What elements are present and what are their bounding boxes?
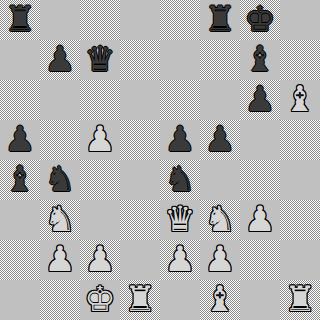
piece-black-pawn-g6: ♟ — [244, 80, 275, 119]
square-e7[interactable] — [160, 40, 200, 80]
square-e5[interactable]: ♟ — [160, 120, 200, 160]
square-d8[interactable] — [120, 0, 160, 40]
piece-white-bishop-h6: ♝ — [284, 80, 315, 119]
piece-black-pawn-f5: ♟ — [204, 120, 235, 159]
piece-white-rook-h1: ♜ — [284, 280, 315, 319]
square-b7[interactable]: ♟ — [40, 40, 80, 80]
piece-white-pawn-b2: ♟ — [44, 240, 75, 279]
square-g2[interactable] — [240, 240, 280, 280]
square-b6[interactable] — [40, 80, 80, 120]
square-h3[interactable] — [280, 200, 320, 240]
square-b4[interactable]: ♞ — [40, 160, 80, 200]
square-h7[interactable] — [280, 40, 320, 80]
square-f8[interactable]: ♜ — [200, 0, 240, 40]
piece-white-knight-b3: ♞ — [44, 200, 75, 239]
square-f7[interactable] — [200, 40, 240, 80]
square-c7[interactable]: ♛ — [80, 40, 120, 80]
square-b5[interactable] — [40, 120, 80, 160]
square-d4[interactable] — [120, 160, 160, 200]
square-h8[interactable] — [280, 0, 320, 40]
square-d3[interactable] — [120, 200, 160, 240]
square-f4[interactable] — [200, 160, 240, 200]
piece-white-queen-e3: ♛ — [164, 200, 195, 239]
square-c4[interactable] — [80, 160, 120, 200]
square-g3[interactable]: ♟ — [240, 200, 280, 240]
square-a8[interactable]: ♜ — [0, 0, 40, 40]
square-c1[interactable]: ♚ — [80, 280, 120, 320]
square-c3[interactable] — [80, 200, 120, 240]
square-a3[interactable] — [0, 200, 40, 240]
square-h2[interactable] — [280, 240, 320, 280]
piece-black-queen-c7: ♛ — [84, 40, 115, 79]
square-a1[interactable] — [0, 280, 40, 320]
square-c8[interactable] — [80, 0, 120, 40]
square-e6[interactable] — [160, 80, 200, 120]
square-a7[interactable] — [0, 40, 40, 80]
piece-white-pawn-c5: ♟ — [84, 120, 115, 159]
square-g7[interactable]: ♝ — [240, 40, 280, 80]
square-c2[interactable]: ♟ — [80, 240, 120, 280]
square-g4[interactable] — [240, 160, 280, 200]
square-b3[interactable]: ♞ — [40, 200, 80, 240]
square-b2[interactable]: ♟ — [40, 240, 80, 280]
square-f1[interactable]: ♝ — [200, 280, 240, 320]
piece-black-bishop-a4: ♝ — [4, 160, 35, 199]
chess-board: ♜♜♚♟♛♝♟♝♟♟♟♟♝♞♞♞♛♞♟♟♟♟♟♚♜♝♜ — [0, 0, 320, 320]
square-e8[interactable] — [160, 0, 200, 40]
piece-black-knight-e4: ♞ — [164, 160, 195, 199]
square-e1[interactable] — [160, 280, 200, 320]
piece-black-pawn-b7: ♟ — [44, 40, 75, 79]
square-d1[interactable]: ♜ — [120, 280, 160, 320]
square-e2[interactable]: ♟ — [160, 240, 200, 280]
piece-white-pawn-f2: ♟ — [204, 240, 235, 279]
piece-black-rook-f8: ♜ — [204, 0, 235, 39]
square-a4[interactable]: ♝ — [0, 160, 40, 200]
piece-black-king-g8: ♚ — [244, 0, 275, 39]
square-e3[interactable]: ♛ — [160, 200, 200, 240]
square-f3[interactable]: ♞ — [200, 200, 240, 240]
square-c6[interactable] — [80, 80, 120, 120]
square-a5[interactable]: ♟ — [0, 120, 40, 160]
square-a2[interactable] — [0, 240, 40, 280]
square-h5[interactable] — [280, 120, 320, 160]
square-b1[interactable] — [40, 280, 80, 320]
square-d6[interactable] — [120, 80, 160, 120]
piece-white-pawn-e2: ♟ — [164, 240, 195, 279]
square-d7[interactable] — [120, 40, 160, 80]
square-d2[interactable] — [120, 240, 160, 280]
piece-white-pawn-g3: ♟ — [244, 200, 275, 239]
piece-white-knight-f3: ♞ — [204, 200, 235, 239]
square-e4[interactable]: ♞ — [160, 160, 200, 200]
piece-white-rook-d1: ♜ — [124, 280, 155, 319]
piece-white-king-c1: ♚ — [84, 280, 115, 319]
square-h6[interactable]: ♝ — [280, 80, 320, 120]
square-f2[interactable]: ♟ — [200, 240, 240, 280]
piece-black-knight-b4: ♞ — [44, 160, 75, 199]
square-h1[interactable]: ♜ — [280, 280, 320, 320]
square-g8[interactable]: ♚ — [240, 0, 280, 40]
piece-white-bishop-f1: ♝ — [204, 280, 235, 319]
piece-black-rook-a8: ♜ — [4, 0, 35, 39]
piece-black-pawn-e5: ♟ — [164, 120, 195, 159]
square-h4[interactable] — [280, 160, 320, 200]
square-b8[interactable] — [40, 0, 80, 40]
square-f6[interactable] — [200, 80, 240, 120]
square-a6[interactable] — [0, 80, 40, 120]
piece-black-bishop-g7: ♝ — [244, 40, 275, 79]
square-g1[interactable] — [240, 280, 280, 320]
square-c5[interactable]: ♟ — [80, 120, 120, 160]
square-g6[interactable]: ♟ — [240, 80, 280, 120]
square-g5[interactable] — [240, 120, 280, 160]
square-d5[interactable] — [120, 120, 160, 160]
piece-black-pawn-a5: ♟ — [4, 120, 35, 159]
square-f5[interactable]: ♟ — [200, 120, 240, 160]
piece-white-pawn-c2: ♟ — [84, 240, 115, 279]
